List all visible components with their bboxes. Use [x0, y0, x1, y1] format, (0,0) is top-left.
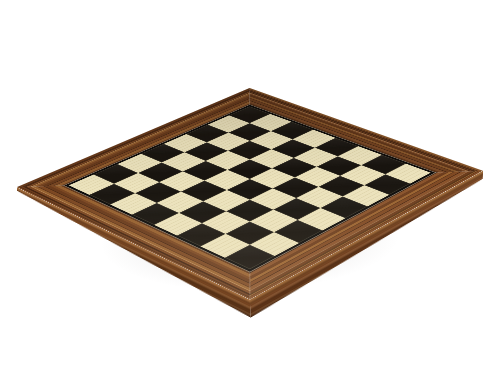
- board-perspective-wrapper: [0, 0, 500, 375]
- chess-board: [17, 88, 483, 300]
- product-photo: [0, 0, 500, 375]
